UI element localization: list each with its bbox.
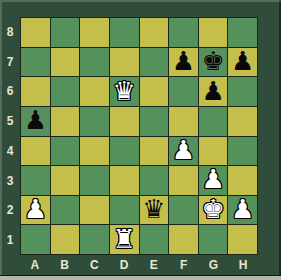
rank-label-4: 4 [0, 136, 20, 166]
square-g4[interactable] [199, 137, 228, 166]
rank-label-5: 5 [0, 106, 20, 136]
square-g8[interactable] [199, 18, 228, 47]
black-pawn[interactable]: ♟ [201, 78, 224, 104]
file-label-f: F [169, 256, 199, 274]
square-b6[interactable] [51, 77, 80, 106]
square-d4[interactable] [110, 137, 139, 166]
square-c4[interactable] [80, 137, 109, 166]
square-f5[interactable] [169, 107, 198, 136]
square-e2[interactable]: ♛ [140, 196, 169, 225]
square-h6[interactable] [228, 77, 257, 106]
square-g1[interactable] [199, 225, 228, 254]
square-b2[interactable] [51, 196, 80, 225]
square-h2[interactable]: ♟ [228, 196, 257, 225]
file-label-c: C [80, 256, 110, 274]
square-d8[interactable] [110, 18, 139, 47]
square-a7[interactable] [21, 48, 50, 77]
square-c3[interactable] [80, 166, 109, 195]
white-queen[interactable]: ♛ [113, 78, 136, 104]
white-pawn[interactable]: ♟ [24, 196, 47, 222]
square-b8[interactable] [51, 18, 80, 47]
square-a5[interactable]: ♟ [21, 107, 50, 136]
file-label-h: H [228, 256, 258, 274]
square-g6[interactable]: ♟ [199, 77, 228, 106]
file-label-d: D [109, 256, 139, 274]
white-pawn[interactable]: ♟ [172, 137, 195, 163]
square-e8[interactable] [140, 18, 169, 47]
square-f8[interactable] [169, 18, 198, 47]
window-edge-strip [0, 275, 281, 280]
square-g5[interactable] [199, 107, 228, 136]
rank-label-6: 6 [0, 77, 20, 107]
chess-board: ♟♚♟♛♟♟♟♟♟♛♚♟♜ [20, 17, 258, 255]
square-e4[interactable] [140, 137, 169, 166]
file-label-a: A [20, 256, 50, 274]
square-f2[interactable] [169, 196, 198, 225]
square-g2[interactable]: ♚ [199, 196, 228, 225]
square-e1[interactable] [140, 225, 169, 254]
square-d6[interactable]: ♛ [110, 77, 139, 106]
square-d1[interactable]: ♜ [110, 225, 139, 254]
square-b3[interactable] [51, 166, 80, 195]
board-frame: 87654321 ♟♚♟♛♟♟♟♟♟♛♚♟♜ ABCDEFGH [0, 0, 281, 280]
white-pawn[interactable]: ♟ [201, 166, 224, 192]
square-c8[interactable] [80, 18, 109, 47]
square-a1[interactable] [21, 225, 50, 254]
square-h4[interactable] [228, 137, 257, 166]
square-b7[interactable] [51, 48, 80, 77]
square-b5[interactable] [51, 107, 80, 136]
file-label-e: E [139, 256, 169, 274]
square-c5[interactable] [80, 107, 109, 136]
square-d7[interactable] [110, 48, 139, 77]
square-c6[interactable] [80, 77, 109, 106]
square-a4[interactable] [21, 137, 50, 166]
square-d3[interactable] [110, 166, 139, 195]
white-rook[interactable]: ♜ [113, 226, 136, 252]
square-e7[interactable] [140, 48, 169, 77]
black-king[interactable]: ♚ [201, 48, 224, 74]
rank-label-8: 8 [0, 17, 20, 47]
rank-label-2: 2 [0, 196, 20, 226]
black-pawn[interactable]: ♟ [24, 107, 47, 133]
square-a2[interactable]: ♟ [21, 196, 50, 225]
square-h1[interactable] [228, 225, 257, 254]
square-h3[interactable] [228, 166, 257, 195]
square-a6[interactable] [21, 77, 50, 106]
black-queen[interactable]: ♛ [142, 196, 165, 222]
rank-label-1: 1 [0, 225, 20, 255]
square-a3[interactable] [21, 166, 50, 195]
square-d5[interactable] [110, 107, 139, 136]
square-g3[interactable]: ♟ [199, 166, 228, 195]
rank-labels: 87654321 [0, 17, 20, 255]
file-labels: ABCDEFGH [20, 256, 258, 274]
square-h5[interactable] [228, 107, 257, 136]
square-e3[interactable] [140, 166, 169, 195]
rank-label-3: 3 [0, 166, 20, 196]
square-e6[interactable] [140, 77, 169, 106]
square-f1[interactable] [169, 225, 198, 254]
square-h7[interactable]: ♟ [228, 48, 257, 77]
square-e5[interactable] [140, 107, 169, 136]
square-f4[interactable]: ♟ [169, 137, 198, 166]
file-label-g: G [199, 256, 229, 274]
black-pawn[interactable]: ♟ [172, 48, 195, 74]
square-c2[interactable] [80, 196, 109, 225]
square-h8[interactable] [228, 18, 257, 47]
white-king[interactable]: ♚ [201, 196, 224, 222]
square-f6[interactable] [169, 77, 198, 106]
square-f3[interactable] [169, 166, 198, 195]
square-a8[interactable] [21, 18, 50, 47]
square-c1[interactable] [80, 225, 109, 254]
square-b1[interactable] [51, 225, 80, 254]
square-c7[interactable] [80, 48, 109, 77]
square-b4[interactable] [51, 137, 80, 166]
white-pawn[interactable]: ♟ [231, 196, 254, 222]
black-pawn[interactable]: ♟ [231, 48, 254, 74]
square-f7[interactable]: ♟ [169, 48, 198, 77]
file-label-b: B [50, 256, 80, 274]
square-g7[interactable]: ♚ [199, 48, 228, 77]
rank-label-7: 7 [0, 47, 20, 77]
square-d2[interactable] [110, 196, 139, 225]
